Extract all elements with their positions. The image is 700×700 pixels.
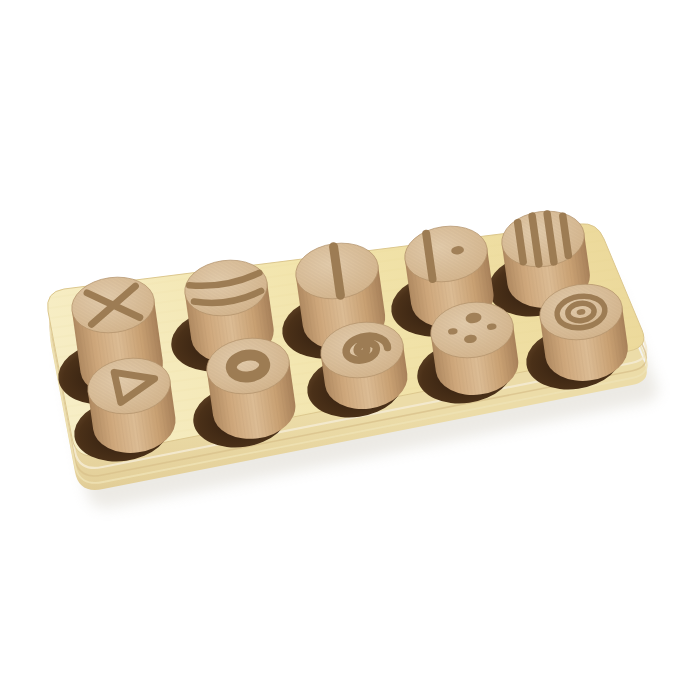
stamp-tray-scene [0, 0, 700, 700]
product-photo-stage [0, 0, 700, 700]
